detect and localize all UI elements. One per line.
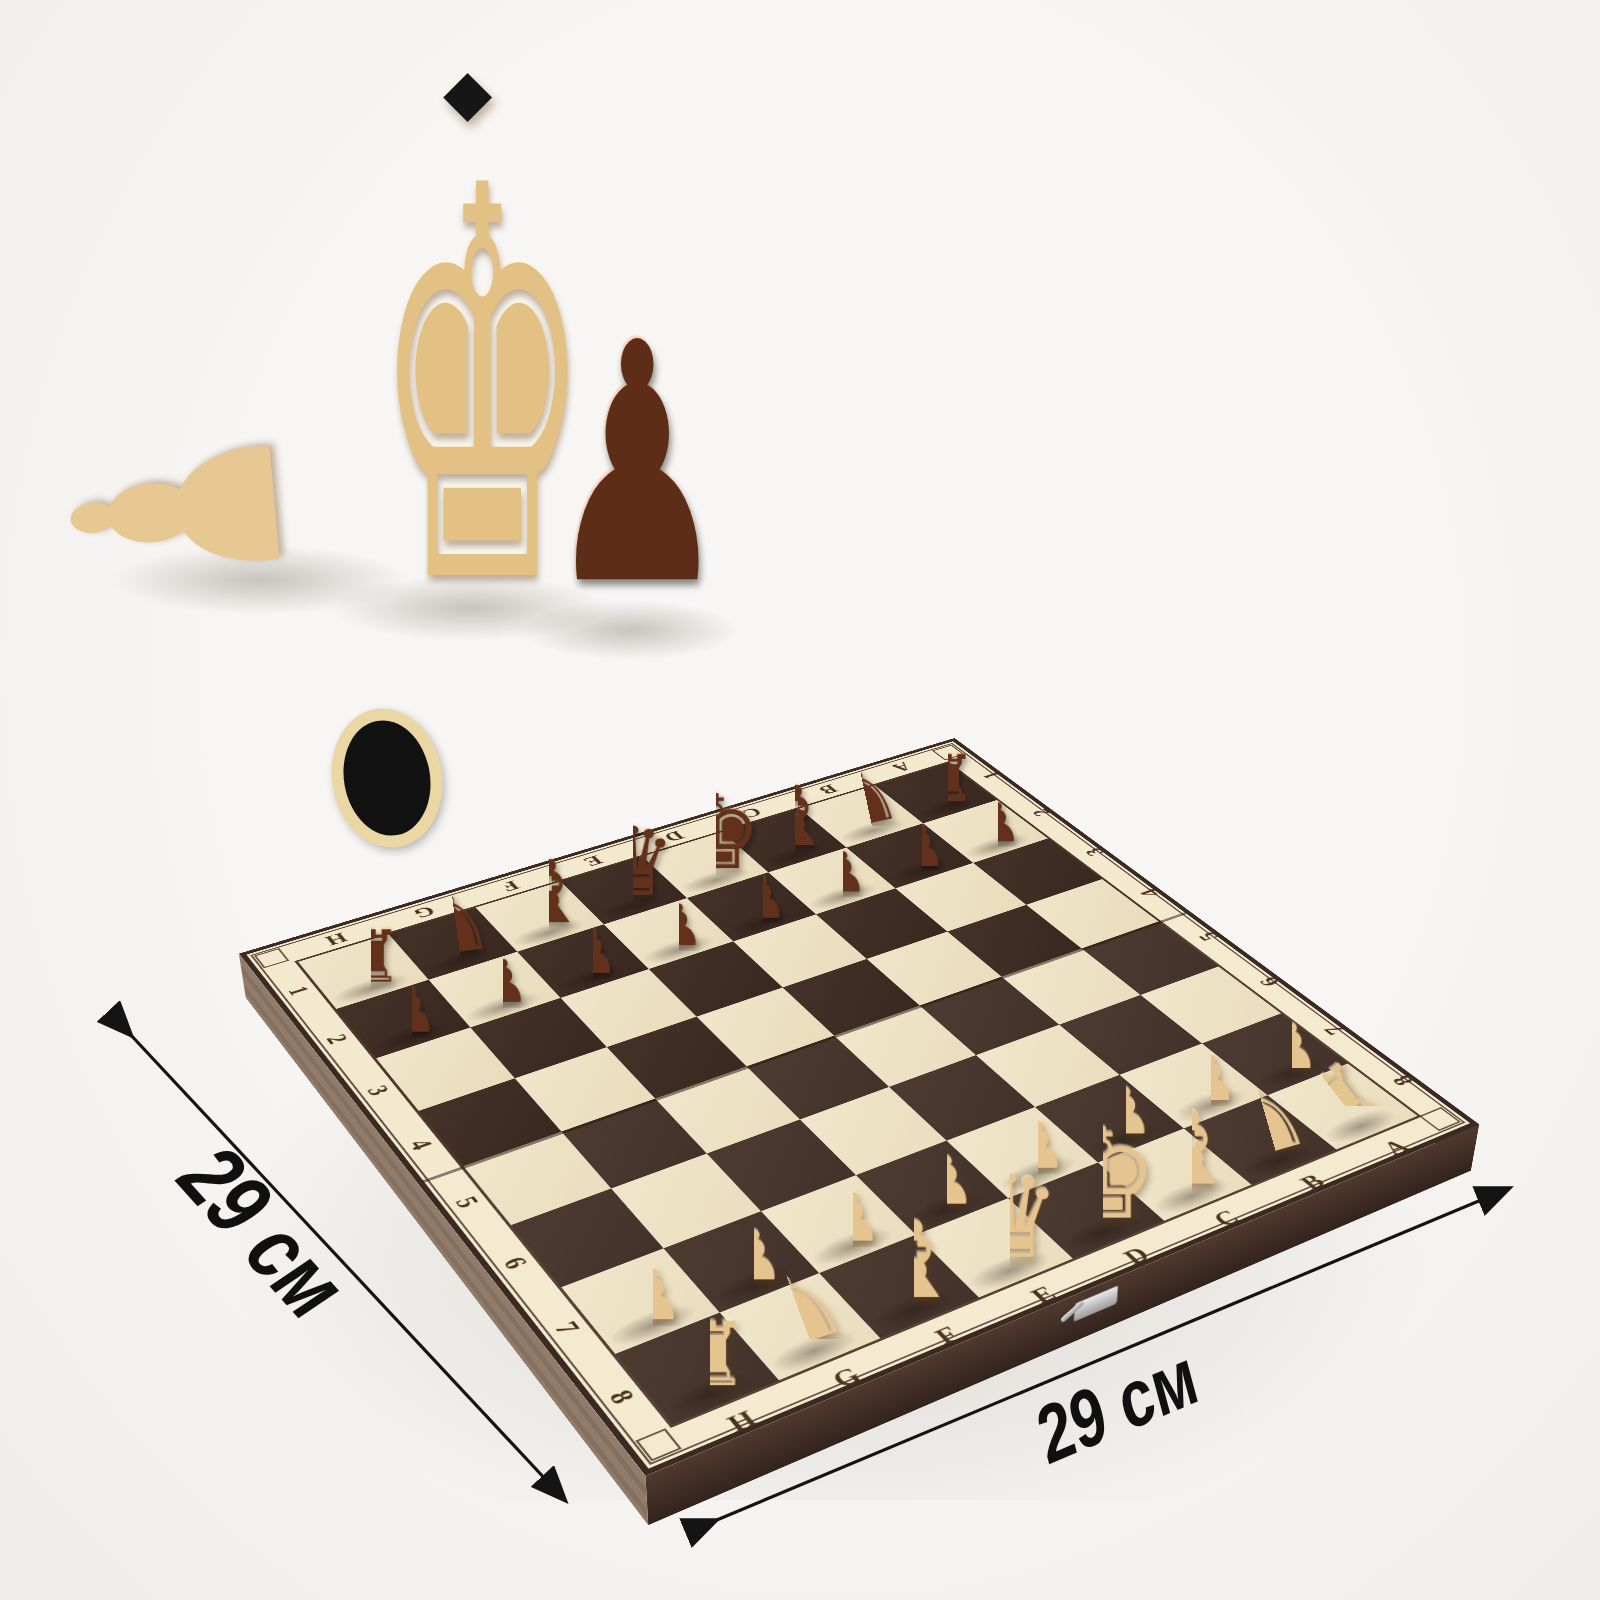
piece-light-knight-b8: ♞: [1253, 1074, 1278, 1160]
dark-pawn-glyph: ♟: [546, 300, 695, 630]
king-diamond-finial-icon: ◆: [443, 60, 492, 124]
corner-mark: [1419, 1107, 1461, 1131]
rank-label-3: 3: [359, 1082, 394, 1099]
rank-label-2: 2: [1027, 807, 1056, 819]
rank-label-3: 3: [1079, 845, 1109, 858]
rank-label-4: 4: [402, 1136, 438, 1154]
standing-dark-pawn: ♟: [500, 300, 740, 630]
rank-label-1: 1: [281, 983, 314, 998]
rank-label-1: 1: [977, 769, 1006, 781]
piece-light-knight-g8: ♞: [780, 1258, 814, 1351]
rank-label-8: 8: [1386, 1072, 1419, 1089]
corner-mark: [635, 1428, 682, 1461]
rank-label-2: 2: [319, 1031, 353, 1047]
product-photo-stage: ♟ ♚ ◆ ♟ 1122334455667788HHGGFF: [0, 0, 1600, 1600]
rank-label-4: 4: [1135, 886, 1165, 900]
corner-mark: [254, 948, 289, 968]
piece-light-rook-a8: ♜: [1313, 1065, 1361, 1126]
